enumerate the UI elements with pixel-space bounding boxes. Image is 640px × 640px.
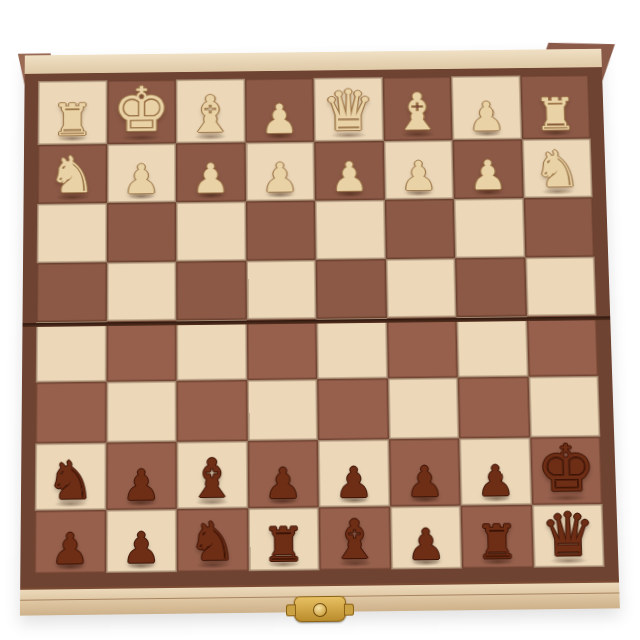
square-b2[interactable]: ♟ (106, 442, 177, 510)
square-e6[interactable] (315, 200, 385, 260)
square-d1[interactable]: ♜ (248, 507, 320, 571)
square-a8[interactable]: ♜ (38, 80, 107, 145)
square-e8[interactable]: ♛ (313, 77, 383, 142)
clasp-keyhole-icon (313, 603, 327, 617)
piece-white-pawn[interactable]: ♟ (123, 159, 160, 200)
piece-white-rook[interactable]: ♜ (534, 91, 577, 136)
square-d5[interactable] (246, 260, 316, 320)
square-g3[interactable] (458, 377, 530, 439)
square-g4[interactable] (456, 317, 528, 378)
piece-white-bishop[interactable]: ♝ (393, 87, 442, 138)
square-c7[interactable]: ♟ (176, 143, 246, 202)
piece-black-queen[interactable]: ♛ (540, 504, 596, 565)
board-frame-bottom-edge (20, 581, 620, 616)
square-d6[interactable] (246, 200, 316, 260)
square-g2[interactable]: ♟ (459, 438, 531, 506)
piece-white-king[interactable]: ♚ (113, 80, 170, 142)
board-border-band: ♜♚♝♟♛♝♟♜♞♟♟♟♟♟♟♞♞♟♝♟♟♟♟♚♟♟♞♜♝♟♜♛ (20, 67, 619, 590)
square-h3[interactable] (528, 376, 600, 438)
square-a3[interactable] (35, 382, 106, 444)
piece-white-rook[interactable]: ♜ (51, 97, 93, 142)
chess-board: ♜♚♝♟♛♝♟♜♞♟♟♟♟♟♟♞♞♟♝♟♟♟♟♚♟♟♞♜♝♟♜♛ (20, 49, 620, 616)
square-c2[interactable]: ♝ (177, 441, 248, 509)
square-d3[interactable] (247, 379, 318, 441)
square-g6[interactable] (454, 198, 525, 258)
piece-white-bishop[interactable]: ♝ (186, 89, 234, 141)
square-f1[interactable]: ♟ (390, 506, 462, 570)
square-c6[interactable] (176, 201, 246, 261)
piece-white-queen[interactable]: ♛ (322, 82, 376, 139)
square-e5[interactable] (316, 259, 387, 319)
square-d8[interactable]: ♟ (245, 78, 315, 143)
square-h7[interactable]: ♞ (522, 138, 593, 197)
piece-black-rook[interactable]: ♜ (475, 518, 519, 566)
square-f4[interactable] (386, 318, 457, 379)
piece-white-knight[interactable]: ♞ (48, 150, 95, 201)
piece-white-pawn[interactable]: ♟ (400, 156, 438, 197)
piece-black-king[interactable]: ♚ (536, 437, 596, 502)
square-f6[interactable] (384, 199, 455, 259)
square-g8[interactable]: ♟ (451, 75, 522, 140)
square-d2[interactable]: ♟ (247, 440, 318, 508)
square-f5[interactable] (385, 258, 456, 318)
square-h2[interactable]: ♚ (530, 437, 603, 505)
piece-black-knight[interactable]: ♞ (46, 454, 94, 507)
piece-black-bishop[interactable]: ♝ (188, 452, 237, 506)
piece-white-pawn[interactable]: ♟ (467, 97, 505, 137)
piece-white-pawn[interactable]: ♟ (469, 155, 507, 196)
square-a7[interactable]: ♞ (37, 144, 107, 203)
piece-black-bishop[interactable]: ♝ (330, 513, 380, 568)
square-b8[interactable]: ♚ (107, 79, 176, 144)
square-b5[interactable] (106, 261, 176, 322)
square-a6[interactable] (37, 203, 107, 263)
brass-clasp (294, 596, 346, 622)
square-c4[interactable] (176, 320, 246, 381)
piece-black-rook[interactable]: ♜ (262, 520, 305, 568)
piece-black-pawn[interactable]: ♟ (405, 461, 444, 503)
square-e3[interactable] (317, 379, 388, 441)
square-g7[interactable]: ♟ (452, 139, 523, 198)
square-a5[interactable] (36, 262, 106, 323)
square-h6[interactable] (523, 197, 594, 257)
square-d7[interactable]: ♟ (245, 142, 315, 201)
piece-black-pawn[interactable]: ♟ (122, 527, 160, 570)
square-g1[interactable]: ♜ (461, 505, 534, 569)
square-b1[interactable]: ♟ (106, 509, 177, 573)
piece-white-pawn[interactable]: ♟ (192, 158, 230, 199)
square-c5[interactable] (176, 260, 246, 320)
piece-white-knight[interactable]: ♞ (533, 144, 581, 195)
square-c1[interactable]: ♞ (177, 508, 248, 572)
piece-white-pawn[interactable]: ♟ (261, 158, 299, 199)
square-e2[interactable]: ♟ (318, 439, 390, 507)
square-h4[interactable] (526, 316, 598, 377)
piece-black-knight[interactable]: ♞ (188, 515, 236, 569)
square-e1[interactable]: ♝ (319, 506, 391, 570)
square-h8[interactable]: ♜ (520, 75, 591, 140)
square-f2[interactable]: ♟ (389, 438, 461, 506)
square-a1[interactable]: ♟ (34, 510, 105, 574)
square-c3[interactable] (176, 380, 247, 442)
product-photo-stage: ♜♚♝♟♛♝♟♜♞♟♟♟♟♟♟♞♞♟♝♟♟♟♟♚♟♟♞♜♝♟♜♛ (0, 0, 640, 640)
piece-black-pawn[interactable]: ♟ (122, 464, 160, 506)
square-h1[interactable]: ♛ (532, 504, 605, 568)
piece-white-pawn[interactable]: ♟ (330, 157, 368, 198)
square-e7[interactable]: ♟ (314, 141, 384, 200)
square-d4[interactable] (246, 319, 317, 380)
square-f3[interactable] (387, 378, 459, 440)
square-c8[interactable]: ♝ (176, 79, 245, 144)
piece-black-pawn[interactable]: ♟ (264, 463, 303, 505)
square-b7[interactable]: ♟ (107, 143, 176, 202)
piece-white-pawn[interactable]: ♟ (261, 99, 299, 139)
piece-black-pawn[interactable]: ♟ (334, 462, 373, 504)
square-f7[interactable]: ♟ (383, 140, 453, 199)
square-b4[interactable] (106, 321, 176, 382)
piece-black-pawn[interactable]: ♟ (51, 528, 90, 571)
square-f8[interactable]: ♝ (382, 76, 452, 141)
square-h5[interactable] (525, 256, 597, 316)
square-a2[interactable]: ♞ (35, 443, 106, 511)
square-e4[interactable] (316, 318, 387, 379)
square-b6[interactable] (106, 202, 176, 262)
square-b3[interactable] (106, 381, 177, 443)
piece-black-pawn[interactable]: ♟ (406, 523, 445, 566)
square-g5[interactable] (455, 257, 526, 317)
piece-black-pawn[interactable]: ♟ (476, 460, 515, 502)
square-a4[interactable] (36, 322, 107, 383)
